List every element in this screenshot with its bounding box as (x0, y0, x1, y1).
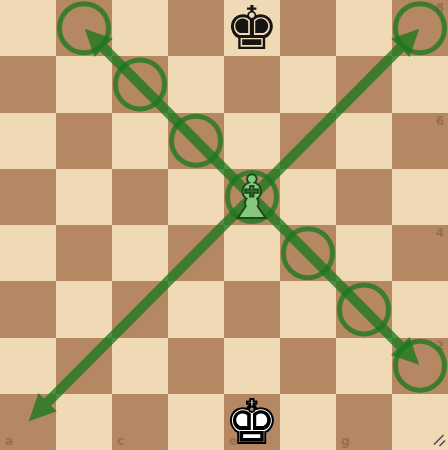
white-king-e1[interactable]: ♚ (224, 394, 280, 450)
resize-diagonal-icon (431, 432, 447, 448)
square-b2[interactable] (56, 338, 112, 394)
square-d8[interactable] (168, 0, 224, 56)
square-e3[interactable] (224, 281, 280, 337)
square-e4[interactable] (224, 225, 280, 281)
square-d5[interactable] (168, 169, 224, 225)
square-c5[interactable] (112, 169, 168, 225)
square-c8[interactable] (112, 0, 168, 56)
square-f7[interactable] (280, 56, 336, 112)
coord-file-b: b (61, 435, 70, 447)
coord-file-g: g (341, 435, 350, 447)
square-d4[interactable] (168, 225, 224, 281)
square-f2[interactable] (280, 338, 336, 394)
coord-rank-6: 6 (436, 115, 444, 127)
square-a8[interactable] (0, 0, 56, 56)
square-g6[interactable] (336, 113, 392, 169)
square-f8[interactable] (280, 0, 336, 56)
square-c3[interactable] (112, 281, 168, 337)
square-c7[interactable] (112, 56, 168, 112)
coord-file-c: c (117, 435, 124, 447)
coord-file-d: d (173, 435, 182, 447)
square-e7[interactable] (224, 56, 280, 112)
square-f4[interactable] (280, 225, 336, 281)
square-a4[interactable] (0, 225, 56, 281)
square-f6[interactable] (280, 113, 336, 169)
coord-rank-3: 3 (436, 283, 444, 295)
square-d6[interactable] (168, 113, 224, 169)
square-g5[interactable] (336, 169, 392, 225)
coord-rank-1: 1 (436, 396, 444, 408)
coord-rank-8: 8 (436, 2, 444, 14)
square-d2[interactable] (168, 338, 224, 394)
square-a3[interactable] (0, 281, 56, 337)
coord-rank-7: 7 (436, 58, 444, 70)
coord-file-f: f (285, 435, 290, 447)
square-e2[interactable] (224, 338, 280, 394)
chess-board: abcdefgh12345678♚♝♚ (0, 0, 448, 450)
square-c2[interactable] (112, 338, 168, 394)
square-g3[interactable] (336, 281, 392, 337)
square-e6[interactable] (224, 113, 280, 169)
square-b4[interactable] (56, 225, 112, 281)
square-g4[interactable] (336, 225, 392, 281)
square-a5[interactable] (0, 169, 56, 225)
square-f5[interactable] (280, 169, 336, 225)
square-b5[interactable] (56, 169, 112, 225)
black-king-e8[interactable]: ♚ (224, 0, 280, 56)
coord-rank-2: 2 (436, 340, 444, 352)
square-d3[interactable] (168, 281, 224, 337)
coord-rank-5: 5 (436, 171, 444, 183)
square-b3[interactable] (56, 281, 112, 337)
board-resize-handle[interactable] (431, 432, 447, 448)
square-d7[interactable] (168, 56, 224, 112)
square-g2[interactable] (336, 338, 392, 394)
square-c6[interactable] (112, 113, 168, 169)
square-g8[interactable] (336, 0, 392, 56)
square-b6[interactable] (56, 113, 112, 169)
square-f3[interactable] (280, 281, 336, 337)
square-a2[interactable] (0, 338, 56, 394)
square-a6[interactable] (0, 113, 56, 169)
coord-file-h: h (397, 435, 406, 447)
square-a7[interactable] (0, 56, 56, 112)
square-g7[interactable] (336, 56, 392, 112)
white-bishop-e5[interactable]: ♝ (224, 169, 280, 225)
square-b7[interactable] (56, 56, 112, 112)
square-c4[interactable] (112, 225, 168, 281)
square-b8[interactable] (56, 0, 112, 56)
coord-file-a: a (5, 435, 13, 447)
coord-rank-4: 4 (436, 227, 444, 239)
board-squares (0, 0, 448, 450)
